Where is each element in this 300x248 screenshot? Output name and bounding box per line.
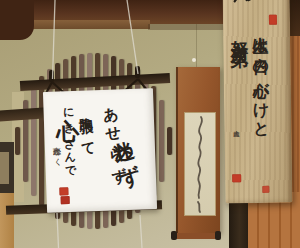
lattice-slat	[15, 127, 20, 155]
red-seal-icon	[61, 196, 70, 204]
lattice-slat	[167, 127, 172, 155]
lattice-slat	[31, 86, 36, 196]
lattice-slat	[159, 100, 164, 183]
calligraphy-line-4-tail: にきざんで	[61, 100, 77, 173]
card-signature: 恵峰かく	[51, 140, 61, 163]
calligraphy-line-2: あせらず	[100, 96, 126, 178]
photo-canvas: 迷わず あせらず 胸張って 心にきざんで 恵峰かく 人生は日々の心がけと 努力次…	[0, 0, 300, 248]
red-seal-icon	[59, 187, 68, 195]
shikishi-card: 迷わず あせらず 胸張って 心にきざんで 恵峰かく	[43, 88, 157, 213]
